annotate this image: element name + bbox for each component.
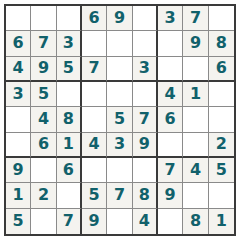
cell-r6c1[interactable] [6,133,31,158]
cell-r8c1[interactable]: 1 [6,183,31,208]
sudoku-board: 6937673984957363541485766143929674512578… [4,4,236,236]
cell-r3c5[interactable] [107,57,132,82]
cell-r7c8[interactable]: 4 [183,158,208,183]
cell-r5c2[interactable]: 4 [31,107,56,132]
cell-r4c8[interactable]: 1 [183,82,208,107]
cell-r5c9[interactable] [209,107,234,132]
cell-r9c4[interactable]: 9 [82,209,107,234]
cell-r5c8[interactable] [183,107,208,132]
cell-r1c9[interactable] [209,6,234,31]
cell-r7c4[interactable] [82,158,107,183]
cell-r9c6[interactable]: 4 [133,209,158,234]
cell-r6c5[interactable]: 3 [107,133,132,158]
cell-r2c8[interactable]: 9 [183,31,208,56]
cell-r6c3[interactable]: 1 [57,133,82,158]
cell-r7c2[interactable] [31,158,56,183]
cell-r5c1[interactable] [6,107,31,132]
cell-r1c8[interactable]: 7 [183,6,208,31]
cell-r4c7[interactable]: 4 [158,82,183,107]
cell-r1c1[interactable] [6,6,31,31]
cell-r5c6[interactable]: 7 [133,107,158,132]
cell-r2c1[interactable]: 6 [6,31,31,56]
cell-r9c5[interactable] [107,209,132,234]
cell-r4c6[interactable] [133,82,158,107]
cell-r8c6[interactable]: 8 [133,183,158,208]
cell-r5c3[interactable]: 8 [57,107,82,132]
cell-r1c2[interactable] [31,6,56,31]
cell-r2c3[interactable]: 3 [57,31,82,56]
cell-r1c3[interactable] [57,6,82,31]
cell-r8c5[interactable]: 7 [107,183,132,208]
cell-r8c7[interactable]: 9 [158,183,183,208]
cell-r3c6[interactable]: 3 [133,57,158,82]
cell-r4c2[interactable]: 5 [31,82,56,107]
cell-r3c4[interactable]: 7 [82,57,107,82]
cell-r8c4[interactable]: 5 [82,183,107,208]
cell-r8c3[interactable] [57,183,82,208]
cell-r9c2[interactable] [31,209,56,234]
cell-r2c5[interactable] [107,31,132,56]
cell-r9c9[interactable]: 1 [209,209,234,234]
cell-r3c3[interactable]: 5 [57,57,82,82]
cell-r7c7[interactable]: 7 [158,158,183,183]
cell-r7c5[interactable] [107,158,132,183]
cell-r1c5[interactable]: 9 [107,6,132,31]
cell-r1c6[interactable] [133,6,158,31]
cell-r7c9[interactable]: 5 [209,158,234,183]
cell-r8c8[interactable] [183,183,208,208]
cell-r6c8[interactable] [183,133,208,158]
cell-r6c9[interactable]: 2 [209,133,234,158]
cell-r5c7[interactable]: 6 [158,107,183,132]
cell-r4c3[interactable] [57,82,82,107]
cell-r7c1[interactable]: 9 [6,158,31,183]
cell-r3c7[interactable] [158,57,183,82]
cell-r5c5[interactable]: 5 [107,107,132,132]
cell-r3c2[interactable]: 9 [31,57,56,82]
cell-r4c4[interactable] [82,82,107,107]
cell-r3c8[interactable] [183,57,208,82]
cell-r8c9[interactable] [209,183,234,208]
cell-r8c2[interactable]: 2 [31,183,56,208]
cell-r9c7[interactable] [158,209,183,234]
cell-r2c9[interactable]: 8 [209,31,234,56]
cell-r4c5[interactable] [107,82,132,107]
cell-r2c7[interactable] [158,31,183,56]
cell-r6c2[interactable]: 6 [31,133,56,158]
cell-r3c1[interactable]: 4 [6,57,31,82]
cell-r5c4[interactable] [82,107,107,132]
cell-r4c9[interactable] [209,82,234,107]
sudoku-page: 6937673984957363541485766143929674512578… [0,0,240,240]
cell-r9c3[interactable]: 7 [57,209,82,234]
cell-r2c2[interactable]: 7 [31,31,56,56]
cell-r1c4[interactable]: 6 [82,6,107,31]
cell-r9c8[interactable]: 8 [183,209,208,234]
cell-r7c3[interactable]: 6 [57,158,82,183]
cell-r2c4[interactable] [82,31,107,56]
cell-r2c6[interactable] [133,31,158,56]
cell-r6c6[interactable]: 9 [133,133,158,158]
cell-r6c7[interactable] [158,133,183,158]
cell-r7c6[interactable] [133,158,158,183]
cell-r1c7[interactable]: 3 [158,6,183,31]
cell-r6c4[interactable]: 4 [82,133,107,158]
cell-r3c9[interactable]: 6 [209,57,234,82]
cell-r9c1[interactable]: 5 [6,209,31,234]
cell-r4c1[interactable]: 3 [6,82,31,107]
